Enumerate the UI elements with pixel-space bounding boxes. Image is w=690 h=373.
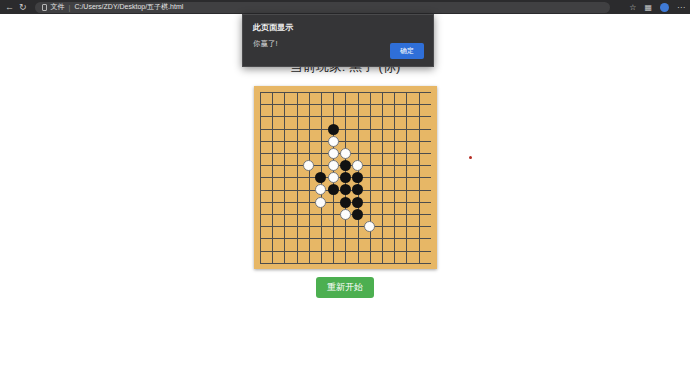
white-stone — [303, 160, 314, 171]
address-separator: | — [69, 4, 71, 11]
red-dot-marker — [469, 156, 472, 159]
white-stone — [315, 197, 326, 208]
toolbar-icons: ☆ ▦ ⋯ — [629, 3, 685, 12]
white-stone — [328, 160, 339, 171]
black-stone — [352, 172, 363, 183]
page-content: 当前玩家: 黑子 (你) 重新开始 — [0, 14, 690, 373]
stone-grid — [254, 86, 437, 269]
profile-avatar[interactable] — [660, 3, 669, 12]
restart-button[interactable]: 重新开始 — [316, 277, 374, 298]
address-file-label: 文件 — [51, 2, 65, 12]
black-stone — [340, 160, 351, 171]
white-stone — [328, 136, 339, 147]
browser-toolbar: ← ↻ 文件 | C:/Users/ZDY/Desktop/五子棋.html ☆… — [0, 0, 690, 14]
address-bar[interactable]: 文件 | C:/Users/ZDY/Desktop/五子棋.html — [35, 2, 610, 13]
favorites-star-icon[interactable]: ☆ — [629, 3, 636, 12]
black-stone — [352, 184, 363, 195]
white-stone — [340, 148, 351, 159]
white-stone — [328, 148, 339, 159]
white-stone — [328, 172, 339, 183]
black-stone — [340, 172, 351, 183]
black-stone — [340, 197, 351, 208]
black-stone — [315, 172, 326, 183]
gomoku-board[interactable] — [254, 86, 437, 269]
reload-icon[interactable]: ↻ — [19, 0, 27, 14]
alert-ok-button[interactable]: 确定 — [390, 43, 424, 59]
white-stone — [315, 184, 326, 195]
white-stone — [364, 221, 375, 232]
white-stone — [352, 160, 363, 171]
alert-dialog-title: 此页面显示 — [253, 22, 423, 33]
black-stone — [352, 209, 363, 220]
black-stone — [328, 184, 339, 195]
black-stone — [340, 184, 351, 195]
more-menu-icon[interactable]: ⋯ — [677, 3, 685, 12]
file-page-icon — [42, 4, 47, 11]
address-url: C:/Users/ZDY/Desktop/五子棋.html — [74, 2, 183, 12]
back-icon[interactable]: ← — [5, 0, 14, 14]
black-stone — [328, 124, 339, 135]
alert-dialog: 此页面显示 你赢了! 确定 — [242, 14, 434, 67]
black-stone — [352, 197, 363, 208]
collections-icon[interactable]: ▦ — [644, 3, 652, 12]
white-stone — [340, 209, 351, 220]
